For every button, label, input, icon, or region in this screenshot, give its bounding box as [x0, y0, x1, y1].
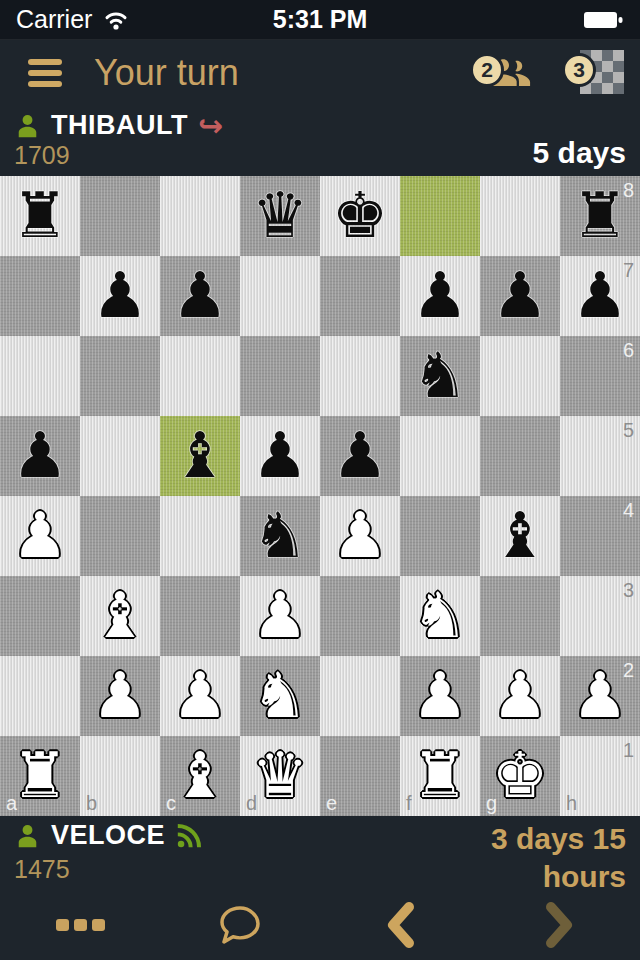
piece-black-pawn[interactable]: ♟	[252, 416, 308, 496]
file-label: g	[486, 793, 497, 813]
square-d6[interactable]	[240, 336, 320, 416]
piece-white-pawn[interactable]: ♟	[252, 576, 308, 656]
piece-white-pawn[interactable]: ♟	[92, 656, 148, 736]
square-g5[interactable]	[480, 416, 560, 496]
square-h4[interactable]: 4	[560, 496, 640, 576]
games-badge: 3	[562, 53, 596, 87]
square-b3[interactable]: ♝	[80, 576, 160, 656]
square-e1[interactable]: e	[320, 736, 400, 816]
piece-black-knight[interactable]: ♞	[412, 336, 468, 416]
file-label: b	[86, 793, 97, 813]
square-c2[interactable]: ♟	[160, 656, 240, 736]
piece-white-pawn[interactable]: ♟	[332, 496, 388, 576]
status-bar: Carrier 5:31 PM	[0, 0, 640, 40]
more-icon[interactable]	[20, 895, 140, 955]
square-d5[interactable]: ♟	[240, 416, 320, 496]
games-button[interactable]: 3	[562, 47, 624, 99]
square-c4[interactable]	[160, 496, 240, 576]
piece-white-pawn[interactable]: ♟	[572, 656, 628, 736]
square-e2[interactable]	[320, 656, 400, 736]
square-a1[interactable]: ♜a	[0, 736, 80, 816]
app-screen: Carrier 5:31 PM Your turn 2	[0, 0, 640, 960]
chevron-right-icon[interactable]	[500, 895, 620, 955]
square-d7[interactable]	[240, 256, 320, 336]
piece-black-pawn[interactable]: ♟	[92, 256, 148, 336]
piece-white-pawn[interactable]: ♟	[172, 656, 228, 736]
rank-label: 4	[623, 500, 634, 520]
square-d2[interactable]: ♞	[240, 656, 320, 736]
player-name-bottom: VELOCE	[51, 820, 165, 851]
broadcast-icon	[175, 822, 203, 850]
square-h3[interactable]: 3	[560, 576, 640, 656]
square-c8[interactable]	[160, 176, 240, 256]
players-badge: 2	[470, 53, 504, 87]
square-f2[interactable]: ♟	[400, 656, 480, 736]
square-f5[interactable]	[400, 416, 480, 496]
player-rating-bottom: 1475	[14, 855, 203, 884]
square-a3[interactable]	[0, 576, 80, 656]
piece-black-rook[interactable]: ♜	[12, 176, 68, 256]
piece-black-bishop[interactable]: ♝	[492, 496, 548, 576]
file-label: e	[326, 793, 337, 813]
chevron-left-icon[interactable]	[340, 895, 460, 955]
square-g7[interactable]: ♟	[480, 256, 560, 336]
square-f7[interactable]: ♟	[400, 256, 480, 336]
square-a6[interactable]	[0, 336, 80, 416]
square-h1[interactable]: 1h	[560, 736, 640, 816]
file-label: a	[6, 793, 17, 813]
piece-white-bishop[interactable]: ♝	[172, 736, 228, 816]
rank-label: 7	[623, 260, 634, 280]
square-e4[interactable]: ♟	[320, 496, 400, 576]
square-c1[interactable]: ♝c	[160, 736, 240, 816]
top-player-bar[interactable]: THIBAULT ↪ 1709 5 days	[0, 106, 640, 176]
piece-white-rook[interactable]: ♜	[412, 736, 468, 816]
piece-black-pawn[interactable]: ♟	[572, 256, 628, 336]
piece-black-rook[interactable]: ♜	[572, 176, 628, 256]
square-d1[interactable]: ♛d	[240, 736, 320, 816]
piece-white-pawn[interactable]: ♟	[412, 656, 468, 736]
piece-black-bishop[interactable]: ♝	[172, 416, 228, 496]
piece-black-pawn[interactable]: ♟	[412, 256, 468, 336]
clock-time: 5:31 PM	[0, 5, 640, 34]
piece-white-pawn[interactable]: ♟	[12, 496, 68, 576]
person-icon	[14, 822, 41, 850]
turn-arrow-icon: ↪	[198, 111, 223, 141]
square-a8[interactable]: ♜	[0, 176, 80, 256]
square-b4[interactable]	[80, 496, 160, 576]
square-c7[interactable]: ♟	[160, 256, 240, 336]
piece-black-pawn[interactable]: ♟	[172, 256, 228, 336]
piece-black-king[interactable]: ♚	[332, 176, 388, 256]
piece-white-bishop[interactable]: ♝	[92, 576, 148, 656]
menu-icon[interactable]	[16, 51, 68, 95]
bottom-player-bar[interactable]: VELOCE 1475 3 days 15 hours	[0, 816, 640, 890]
square-h2[interactable]: ♟2	[560, 656, 640, 736]
square-e5[interactable]: ♟	[320, 416, 400, 496]
square-d4[interactable]: ♞	[240, 496, 320, 576]
square-b7[interactable]: ♟	[80, 256, 160, 336]
person-icon	[14, 112, 41, 140]
square-e6[interactable]	[320, 336, 400, 416]
page-title: Your turn	[94, 52, 239, 94]
square-e8[interactable]: ♚	[320, 176, 400, 256]
square-f6[interactable]: ♞	[400, 336, 480, 416]
piece-white-knight[interactable]: ♞	[412, 576, 468, 656]
rank-label: 6	[623, 340, 634, 360]
square-b8[interactable]	[80, 176, 160, 256]
square-g1[interactable]: ♚g	[480, 736, 560, 816]
square-f8[interactable]	[400, 176, 480, 256]
square-f3[interactable]: ♞	[400, 576, 480, 656]
square-h5[interactable]: 5	[560, 416, 640, 496]
square-f1[interactable]: ♜f	[400, 736, 480, 816]
chat-icon[interactable]	[180, 895, 300, 955]
square-e7[interactable]	[320, 256, 400, 336]
square-c6[interactable]	[160, 336, 240, 416]
square-h7[interactable]: ♟7	[560, 256, 640, 336]
piece-white-pawn[interactable]: ♟	[492, 656, 548, 736]
square-h6[interactable]: 6	[560, 336, 640, 416]
piece-white-king[interactable]: ♚	[492, 736, 548, 816]
square-f4[interactable]	[400, 496, 480, 576]
square-a5[interactable]: ♟	[0, 416, 80, 496]
square-b5[interactable]	[80, 416, 160, 496]
player-rating-top: 1709	[14, 141, 223, 170]
square-g3[interactable]	[480, 576, 560, 656]
square-b2[interactable]: ♟	[80, 656, 160, 736]
rank-label: 8	[623, 180, 634, 200]
file-label: c	[166, 793, 176, 813]
square-c5[interactable]: ♝	[160, 416, 240, 496]
chess-board: ♜♛♚♜8♟♟♟♟♟7♞6♟♝♟♟5♟♞♟♝4♝♟♞3♟♟♞♟♟♟2♜ab♝c♛…	[0, 176, 640, 816]
square-b1[interactable]: b	[80, 736, 160, 816]
square-g4[interactable]: ♝	[480, 496, 560, 576]
piece-black-pawn[interactable]: ♟	[492, 256, 548, 336]
square-c3[interactable]	[160, 576, 240, 656]
square-e3[interactable]	[320, 576, 400, 656]
square-h8[interactable]: ♜8	[560, 176, 640, 256]
rank-label: 1	[623, 740, 634, 760]
piece-white-knight[interactable]: ♞	[252, 656, 308, 736]
square-g2[interactable]: ♟	[480, 656, 560, 736]
file-label: h	[566, 793, 577, 813]
rank-label: 3	[623, 580, 634, 600]
piece-black-pawn[interactable]: ♟	[332, 416, 388, 496]
piece-black-knight[interactable]: ♞	[252, 496, 308, 576]
file-label: d	[246, 793, 257, 813]
piece-white-queen[interactable]: ♛	[252, 736, 308, 816]
rank-label: 2	[623, 660, 634, 680]
square-a4[interactable]: ♟	[0, 496, 80, 576]
square-g8[interactable]	[480, 176, 560, 256]
square-b6[interactable]	[80, 336, 160, 416]
rank-label: 5	[623, 420, 634, 440]
piece-black-pawn[interactable]: ♟	[12, 416, 68, 496]
header: Your turn 2 3	[0, 40, 640, 106]
file-label: f	[406, 793, 412, 813]
square-d8[interactable]: ♛	[240, 176, 320, 256]
square-d3[interactable]: ♟	[240, 576, 320, 656]
square-a7[interactable]	[0, 256, 80, 336]
clock-top: 5 days	[533, 136, 626, 170]
piece-black-queen[interactable]: ♛	[252, 176, 308, 256]
players-button[interactable]: 2	[470, 47, 532, 99]
piece-white-rook[interactable]: ♜	[12, 736, 68, 816]
square-a2[interactable]	[0, 656, 80, 736]
player-name-top: THIBAULT	[51, 110, 188, 141]
square-g6[interactable]	[480, 336, 560, 416]
bottom-toolbar	[0, 890, 640, 960]
clock-bottom: 3 days 15 hours	[426, 820, 626, 884]
